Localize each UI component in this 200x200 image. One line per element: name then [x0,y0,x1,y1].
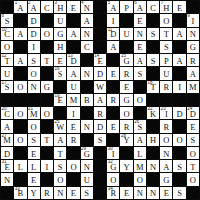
grid-cell[interactable]: O [14,134,26,146]
cell-letter: A [4,123,10,132]
grid-cell[interactable]: E [28,147,40,159]
grid-cell[interactable]: R [187,54,199,66]
grid-cell[interactable]: O [41,107,53,119]
black-cell [147,147,159,159]
black-cell [147,94,159,106]
cell-letter: R [190,57,196,66]
cell-letter: A [177,57,183,66]
grid-cell[interactable]: A [134,54,146,66]
grid-cell[interactable]: A [134,134,146,146]
grid-cell[interactable]: S [28,134,40,146]
cell-letter: S [5,17,10,26]
clue-number: 30 [108,147,113,152]
black-cell [107,81,119,93]
black-cell [1,94,13,106]
grid-cell[interactable]: O [173,134,185,146]
cell-letter: O [31,70,37,79]
grid-cell[interactable]: R [41,187,53,199]
grid-cell[interactable]: N [54,187,66,199]
cell-letter: N [84,70,90,79]
cell-letter: R [163,83,169,92]
grid-cell[interactable]: U [160,67,172,79]
grid-cell[interactable]: N [147,160,159,172]
black-cell [173,120,185,132]
grid-cell[interactable]: D [173,107,185,119]
black-cell [173,94,185,106]
black-cell [160,94,172,106]
black-cell [120,147,132,159]
cell-letter: E [124,83,129,92]
grid-cell[interactable]: A [160,160,172,172]
grid-cell[interactable]: 7H [160,1,172,13]
cell-letter: D [177,110,183,119]
grid-cell[interactable]: O [28,67,40,79]
grid-cell[interactable]: A [14,54,26,66]
grid-cell[interactable]: E [134,41,146,53]
cell-letter: E [177,4,182,13]
grid-cell[interactable]: S [173,187,185,199]
cell-letter: M [70,96,78,105]
grid-cell[interactable]: E [160,187,172,199]
grid-cell[interactable]: O [107,173,119,185]
grid-cell[interactable]: R [120,67,132,79]
cell-letter: A [17,4,23,13]
grid-cell[interactable]: H [54,41,66,53]
black-cell [41,173,53,185]
cell-letter: A [31,4,37,13]
grid-cell[interactable]: E [173,1,185,13]
cell-letter: B [84,96,90,105]
grid-cell[interactable]: O [160,134,172,146]
black-cell [147,67,159,79]
cell-letter: O [31,123,37,132]
grid-cell[interactable]: I [28,41,40,53]
grid-cell[interactable]: G [160,173,172,185]
black-cell [173,147,185,159]
black-cell [81,134,93,146]
grid-cell[interactable]: E [54,54,66,66]
grid-cell[interactable]: N [1,173,13,185]
cell-letter: M [136,163,144,172]
grid-cell[interactable]: A [173,28,185,40]
cell-letter: Y [123,163,129,172]
grid-cell[interactable]: L [28,160,40,172]
grid-cell[interactable]: M [67,94,79,106]
black-cell [120,173,132,185]
cell-letter: C [84,43,90,52]
grid-cell[interactable]: O [160,14,172,26]
grid-cell[interactable]: O [134,173,146,185]
grid-cell[interactable]: 21M [28,107,40,119]
black-cell [187,1,199,13]
cell-letter: U [163,70,169,79]
grid-cell[interactable]: R [94,107,106,119]
cell-letter: T [190,163,195,172]
grid-cell[interactable]: 25W [54,120,66,132]
cell-letter: H [57,43,63,52]
grid-cell[interactable]: R [160,81,172,93]
grid-cell[interactable]: 29G [81,147,93,159]
grid-cell[interactable]: S [54,160,66,172]
cell-letter: I [32,43,35,52]
cell-letter: I [112,17,115,26]
cell-letter: A [137,136,143,145]
grid-cell[interactable]: O [14,107,26,119]
grid-cell[interactable]: G [41,81,53,93]
cell-letter: R [97,110,103,119]
black-cell [107,107,119,119]
cell-letter: A [177,30,183,39]
black-cell [81,81,93,93]
clue-number: 2 [28,1,31,6]
grid-cell[interactable]: N [187,28,199,40]
grid-cell[interactable]: 18T [147,81,159,93]
clue-number: 32 [108,160,113,165]
grid-cell[interactable]: S [147,28,159,40]
grid-cell[interactable]: S [147,54,159,66]
grid-cell[interactable]: O [1,41,13,53]
grid-cell[interactable]: E [134,14,146,26]
grid-cell[interactable]: 24D [187,107,199,119]
grid-cell[interactable]: T [160,28,172,40]
grid-cell[interactable]: 2A [28,1,40,13]
black-cell [54,107,66,119]
grid-cell[interactable]: R [67,134,79,146]
black-cell [14,147,26,159]
black-cell [41,14,53,26]
cell-letter: R [124,123,130,132]
grid-cell[interactable]: Y [120,160,132,172]
grid-cell[interactable]: 10C [1,28,13,40]
black-cell [94,160,106,172]
cell-letter: S [58,163,63,172]
black-cell [147,41,159,53]
grid-cell[interactable]: D [94,67,106,79]
grid-cell[interactable]: 15G [120,54,132,66]
cell-letter: N [84,163,90,172]
cell-letter: O [190,176,196,185]
grid-cell[interactable]: A [14,28,26,40]
cell-letter: S [31,57,36,66]
grid-cell[interactable]: 26S [134,120,146,132]
grid-cell[interactable]: N [81,67,93,79]
cell-letter: E [111,70,116,79]
grid-cell[interactable]: P [120,1,132,13]
grid-cell[interactable]: E [120,187,132,199]
crossword-page: 1A2AC3HE4N5AP6AC7HE8SDUAIEO9I10CADOGAN11… [0,0,200,200]
black-cell [1,187,13,199]
cell-letter: S [151,30,156,39]
clue-number: 33 [15,187,20,192]
cell-letter: O [44,30,50,39]
cell-letter: O [110,176,116,185]
black-cell [173,41,185,53]
grid-cell[interactable]: T [41,54,53,66]
cell-letter: I [191,17,194,26]
grid-cell[interactable]: O [14,81,26,93]
black-cell [14,67,26,79]
cell-letter: E [71,123,76,132]
grid-cell[interactable]: N [81,28,93,40]
grid-cell[interactable]: G [187,41,199,53]
grid-cell[interactable]: R [120,120,132,132]
grid-cell[interactable]: S [160,41,172,53]
black-cell [81,107,93,119]
cell-letter: N [150,189,156,198]
grid-cell[interactable]: 28Y [120,134,132,146]
cell-letter: A [17,57,23,66]
grid-cell[interactable]: T [41,134,53,146]
grid-cell[interactable]: 31E [1,160,13,172]
grid-cell[interactable]: E [120,81,132,93]
grid-cell[interactable]: R [107,94,119,106]
grid-cell[interactable]: N [81,120,93,132]
cell-letter: E [124,189,129,198]
cell-letter: E [71,4,76,13]
cell-letter: O [137,176,143,185]
cell-letter: Y [31,189,37,198]
grid-cell[interactable]: M [187,81,199,93]
clue-number: 4 [81,1,84,6]
clue-number: 26 [134,120,139,125]
cell-letter: A [97,96,103,105]
cell-letter: S [177,189,182,198]
grid-cell[interactable]: H [147,134,159,146]
cell-letter: O [123,110,129,119]
cell-letter: O [163,17,169,26]
grid-cell[interactable]: A [107,41,119,53]
grid-cell[interactable]: A [187,67,199,79]
clue-number: 3 [55,1,58,6]
grid-cell[interactable]: E [107,120,119,132]
black-cell [14,173,26,185]
grid-cell[interactable]: 6A [134,1,146,13]
grid-cell[interactable]: 23I [160,107,172,119]
grid-cell[interactable]: 34R [107,187,119,199]
grid-cell[interactable]: U [54,14,66,26]
grid-cell[interactable]: E [67,120,79,132]
cell-letter: D [31,30,37,39]
cell-letter: I [178,83,181,92]
grid-cell[interactable]: O [120,107,132,119]
grid-cell[interactable]: A [54,134,66,146]
grid-cell[interactable]: C [41,1,53,13]
grid-cell[interactable]: O [67,160,79,172]
cell-letter: S [84,189,89,198]
grid-cell[interactable]: C [147,1,159,13]
grid-cell[interactable]: E [28,173,40,185]
grid-cell[interactable]: N [28,81,40,93]
grid-cell[interactable]: S [134,67,146,79]
cell-letter: U [4,70,10,79]
grid-cell[interactable]: 5A [107,1,119,13]
cell-letter: D [31,17,37,26]
grid-cell[interactable]: A [1,120,13,132]
cell-letter: S [98,136,103,145]
grid-cell[interactable]: U [67,81,79,93]
grid-cell[interactable]: 11D [107,28,119,40]
clue-number: 27 [2,134,7,139]
cell-letter: S [190,136,195,145]
black-cell [41,94,53,106]
grid-cell[interactable]: L [134,147,146,159]
grid-cell[interactable]: 19E [54,94,66,106]
clue-number: 15 [121,54,126,59]
grid-cell[interactable]: E [187,120,199,132]
clue-number: 6 [134,1,137,6]
grid-cell[interactable]: O [28,120,40,132]
grid-cell[interactable]: I [41,160,53,172]
black-cell [67,173,79,185]
grid-cell[interactable]: S [94,134,106,146]
black-cell [120,14,132,26]
grid-cell[interactable]: 16S [54,67,66,79]
black-cell [187,94,199,106]
grid-cell[interactable]: U [81,173,93,185]
black-cell [147,120,159,132]
cell-letter: M [189,83,197,92]
grid-cell[interactable]: 13D [67,54,79,66]
grid-cell[interactable]: 22K [147,107,159,119]
grid-cell[interactable]: 9I [187,14,199,26]
cell-letter: C [44,4,50,13]
cell-letter: U [70,83,76,92]
grid-cell[interactable]: N [160,147,172,159]
grid-cell[interactable]: N [81,160,93,172]
grid-cell[interactable]: A [81,14,93,26]
clue-number: 29 [81,147,86,152]
black-cell [94,147,106,159]
grid-cell[interactable]: Y [28,187,40,199]
grid-cell[interactable]: D [28,28,40,40]
cell-letter: N [84,4,90,13]
grid-cell[interactable]: S [28,54,40,66]
clue-number: 28 [121,134,126,139]
grid-cell[interactable]: G [54,28,66,40]
grid-cell[interactable]: U [120,28,132,40]
cell-letter: O [57,176,63,185]
cell-letter: T [44,136,49,145]
grid-cell[interactable]: R [160,120,172,132]
cell-letter: E [164,189,169,198]
cell-letter: N [190,30,196,39]
cell-letter: A [137,4,143,13]
black-cell [120,41,132,53]
cell-letter: L [137,150,142,159]
grid-cell[interactable]: O [134,94,146,106]
grid-cell[interactable]: W [94,81,106,93]
grid-cell[interactable]: A [173,54,185,66]
black-cell [67,147,79,159]
black-cell [187,187,199,199]
cell-letter: U [57,17,63,26]
grid-cell[interactable]: A [94,94,106,106]
grid-cell[interactable]: E [67,187,79,199]
grid-cell[interactable]: 17S [1,81,13,93]
grid-cell[interactable]: 4N [81,1,93,13]
grid-cell[interactable]: 3H [54,1,66,13]
grid-cell[interactable]: D [94,120,106,132]
grid-cell[interactable]: L [14,160,26,172]
grid-cell[interactable]: B [81,94,93,106]
grid-cell[interactable]: 8S [1,14,13,26]
black-cell [107,54,119,66]
black-cell [41,120,53,132]
cell-letter: A [163,163,169,172]
grid-cell[interactable]: E [107,67,119,79]
grid-cell[interactable]: 33B [14,187,26,199]
grid-cell[interactable]: U [1,67,13,79]
grid-cell[interactable]: O [187,173,199,185]
black-cell [14,94,26,106]
grid-cell[interactable]: S [187,134,199,146]
grid-cell[interactable]: T [187,160,199,172]
clue-number: 11 [108,28,113,33]
cell-letter: R [124,70,130,79]
clue-number: 19 [55,94,60,99]
cell-letter: O [177,136,183,145]
grid-cell[interactable]: C [81,41,93,53]
grid-cell[interactable]: E [67,1,79,13]
clue-number: 1 [15,1,18,6]
grid-cell[interactable]: P [160,54,172,66]
cell-letter: H [163,4,169,13]
clue-number: 7 [161,1,164,6]
clue-number: 18 [147,81,152,86]
grid-cell[interactable]: I [67,107,79,119]
grid-cell[interactable]: A [67,67,79,79]
grid-cell[interactable]: 14E [94,54,106,66]
grid-cell[interactable]: A [67,28,79,40]
black-cell [41,147,53,159]
cell-letter: N [137,189,143,198]
grid-cell[interactable]: T [54,147,66,159]
grid-cell[interactable]: I [173,81,185,93]
grid-cell[interactable]: I [107,14,119,26]
grid-cell[interactable]: G [120,94,132,106]
cell-letter: D [97,123,103,132]
clue-number: 8 [2,14,5,19]
black-cell [147,173,159,185]
grid-cell[interactable]: D [28,14,40,26]
grid-cell[interactable]: S [173,160,185,172]
cell-letter: I [46,163,49,172]
clue-number: 23 [161,107,166,112]
grid-cell[interactable]: 20C [1,107,13,119]
grid-cell[interactable]: S [81,187,93,199]
grid-cell[interactable]: 32G [107,160,119,172]
cell-letter: O [190,150,196,159]
grid-cell[interactable]: N [134,28,146,40]
grid-cell[interactable]: N [147,187,159,199]
grid-cell[interactable]: 1A [14,1,26,13]
grid-cell[interactable]: O [54,173,66,185]
grid-cell[interactable]: N [134,187,146,199]
cell-letter: E [58,57,63,66]
grid-cell[interactable]: 12T [1,54,13,66]
grid-cell[interactable]: 30I [107,147,119,159]
grid-cell[interactable]: D [1,147,13,159]
grid-cell[interactable]: O [41,28,53,40]
black-cell [28,94,40,106]
grid-cell[interactable]: 27M [1,134,13,146]
cell-letter: N [137,30,143,39]
black-cell [173,173,185,185]
black-cell [107,134,119,146]
grid-cell[interactable]: O [187,147,199,159]
grid-cell[interactable]: M [134,160,146,172]
cell-letter: G [57,30,63,39]
